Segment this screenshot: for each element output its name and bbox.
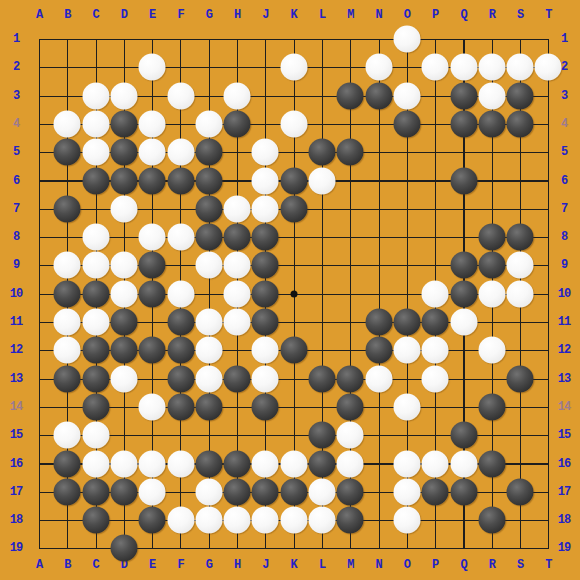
- stone-white-Q2: [450, 54, 477, 81]
- stone-white-D9: [110, 252, 137, 279]
- col-label-bottom-H: H: [234, 558, 240, 572]
- stone-black-N12: [365, 337, 392, 364]
- stone-black-Q4: [450, 110, 477, 137]
- stone-black-Q3: [450, 82, 477, 109]
- stone-white-F8: [167, 224, 194, 251]
- stone-white-D10: [110, 280, 137, 307]
- row-label-right-16: 16: [558, 457, 570, 471]
- stone-black-Q17: [450, 478, 477, 505]
- stone-black-F13: [167, 365, 194, 392]
- stone-black-F12: [167, 337, 194, 364]
- stone-black-H17: [224, 478, 251, 505]
- col-label-top-B: B: [64, 8, 70, 22]
- col-label-top-O: O: [404, 8, 410, 22]
- stone-black-R9: [478, 252, 505, 279]
- stone-black-F6: [167, 167, 194, 194]
- row-label-right-6: 6: [561, 174, 567, 188]
- stone-white-P13: [422, 365, 449, 392]
- stone-black-D6: [110, 167, 137, 194]
- row-label-left-3: 3: [13, 89, 19, 103]
- stone-black-B17: [54, 478, 81, 505]
- row-label-right-19: 19: [558, 541, 570, 555]
- stone-black-C13: [82, 365, 109, 392]
- col-label-bottom-B: B: [64, 558, 70, 572]
- row-label-right-4: 4: [561, 117, 567, 131]
- stone-white-G12: [195, 337, 222, 364]
- stone-black-J11: [252, 309, 279, 336]
- stone-white-F18: [167, 507, 194, 534]
- stone-black-B13: [54, 365, 81, 392]
- stone-white-J7: [252, 195, 279, 222]
- col-label-top-Q: Q: [460, 8, 466, 22]
- stone-black-G7: [195, 195, 222, 222]
- row-label-left-12: 12: [10, 343, 22, 357]
- row-label-left-8: 8: [13, 230, 19, 244]
- stone-black-G5: [195, 139, 222, 166]
- row-label-right-8: 8: [561, 230, 567, 244]
- col-label-bottom-J: J: [262, 558, 268, 572]
- row-label-left-6: 6: [13, 174, 19, 188]
- stone-black-J9: [252, 252, 279, 279]
- stone-black-Q15: [450, 422, 477, 449]
- col-label-top-H: H: [234, 8, 240, 22]
- stone-black-E12: [139, 337, 166, 364]
- stone-white-J16: [252, 450, 279, 477]
- stone-white-C15: [82, 422, 109, 449]
- stone-white-F3: [167, 82, 194, 109]
- stone-black-M18: [337, 507, 364, 534]
- col-label-bottom-F: F: [177, 558, 183, 572]
- stone-black-C12: [82, 337, 109, 364]
- stone-white-F5: [167, 139, 194, 166]
- stone-white-L6: [309, 167, 336, 194]
- col-label-bottom-T: T: [545, 558, 551, 572]
- stone-white-E16: [139, 450, 166, 477]
- row-label-right-11: 11: [558, 315, 570, 329]
- stone-black-L5: [309, 139, 336, 166]
- stone-white-Q16: [450, 450, 477, 477]
- star-point-K10: [290, 290, 297, 297]
- stone-black-M14: [337, 393, 364, 420]
- stone-white-E4: [139, 110, 166, 137]
- stone-white-L18: [309, 507, 336, 534]
- stone-black-D12: [110, 337, 137, 364]
- stone-white-N13: [365, 365, 392, 392]
- stone-white-F16: [167, 450, 194, 477]
- row-label-left-1: 1: [13, 32, 19, 46]
- stone-black-S13: [507, 365, 534, 392]
- row-label-left-5: 5: [13, 145, 19, 159]
- stone-white-K16: [280, 450, 307, 477]
- stone-white-G13: [195, 365, 222, 392]
- stone-white-B12: [54, 337, 81, 364]
- stone-white-J18: [252, 507, 279, 534]
- row-label-left-14: 14: [10, 400, 22, 414]
- col-label-top-T: T: [545, 8, 551, 22]
- stone-white-J6: [252, 167, 279, 194]
- stone-black-C14: [82, 393, 109, 420]
- stone-black-M5: [337, 139, 364, 166]
- stone-white-F10: [167, 280, 194, 307]
- stone-white-H9: [224, 252, 251, 279]
- stone-white-E17: [139, 478, 166, 505]
- row-label-left-7: 7: [13, 202, 19, 216]
- stone-black-Q10: [450, 280, 477, 307]
- stone-black-C17: [82, 478, 109, 505]
- stone-black-C6: [82, 167, 109, 194]
- row-label-left-19: 19: [10, 541, 22, 555]
- stone-white-K2: [280, 54, 307, 81]
- col-label-bottom-K: K: [291, 558, 297, 572]
- col-label-bottom-M: M: [347, 558, 353, 572]
- stone-white-O3: [393, 82, 420, 109]
- stone-white-E14: [139, 393, 166, 420]
- stone-white-G11: [195, 309, 222, 336]
- row-label-right-17: 17: [558, 485, 570, 499]
- stone-white-J5: [252, 139, 279, 166]
- stone-black-D17: [110, 478, 137, 505]
- row-label-right-7: 7: [561, 202, 567, 216]
- stone-black-G6: [195, 167, 222, 194]
- stone-black-S8: [507, 224, 534, 251]
- col-label-top-G: G: [206, 8, 212, 22]
- col-label-top-J: J: [262, 8, 268, 22]
- stone-black-O4: [393, 110, 420, 137]
- stone-black-R16: [478, 450, 505, 477]
- stone-white-J12: [252, 337, 279, 364]
- stone-white-S10: [507, 280, 534, 307]
- stone-black-H8: [224, 224, 251, 251]
- stone-black-M13: [337, 365, 364, 392]
- stone-white-S2: [507, 54, 534, 81]
- stone-black-Q9: [450, 252, 477, 279]
- stone-black-C18: [82, 507, 109, 534]
- row-label-right-10: 10: [558, 287, 570, 301]
- stone-black-L15: [309, 422, 336, 449]
- col-label-top-F: F: [177, 8, 183, 22]
- stone-white-E5: [139, 139, 166, 166]
- stone-white-K4: [280, 110, 307, 137]
- stone-white-T2: [535, 54, 562, 81]
- stone-white-H18: [224, 507, 251, 534]
- row-label-right-13: 13: [558, 372, 570, 386]
- col-label-bottom-O: O: [404, 558, 410, 572]
- stone-black-F14: [167, 393, 194, 420]
- stone-black-J10: [252, 280, 279, 307]
- stone-black-L16: [309, 450, 336, 477]
- col-label-top-M: M: [347, 8, 353, 22]
- stone-black-C10: [82, 280, 109, 307]
- stone-white-D16: [110, 450, 137, 477]
- stone-white-C4: [82, 110, 109, 137]
- stone-black-O11: [393, 309, 420, 336]
- row-label-left-13: 13: [10, 372, 22, 386]
- stone-black-B16: [54, 450, 81, 477]
- stone-white-D13: [110, 365, 137, 392]
- stone-white-Q11: [450, 309, 477, 336]
- stone-black-J14: [252, 393, 279, 420]
- stone-white-C9: [82, 252, 109, 279]
- col-label-top-N: N: [375, 8, 381, 22]
- row-label-left-4: 4: [13, 117, 19, 131]
- stone-black-S3: [507, 82, 534, 109]
- row-label-left-16: 16: [10, 457, 22, 471]
- col-label-top-R: R: [489, 8, 495, 22]
- col-label-bottom-Q: Q: [460, 558, 466, 572]
- stone-black-D19: [110, 535, 137, 562]
- stone-black-E10: [139, 280, 166, 307]
- stone-white-P2: [422, 54, 449, 81]
- stone-white-R10: [478, 280, 505, 307]
- stone-black-K17: [280, 478, 307, 505]
- stone-white-B11: [54, 309, 81, 336]
- stone-white-C8: [82, 224, 109, 251]
- col-label-top-S: S: [517, 8, 523, 22]
- stone-black-H16: [224, 450, 251, 477]
- row-label-left-2: 2: [13, 60, 19, 74]
- row-label-left-11: 11: [10, 315, 22, 329]
- stone-white-H3: [224, 82, 251, 109]
- row-label-left-9: 9: [13, 258, 19, 272]
- stone-white-O1: [393, 26, 420, 53]
- stone-white-P16: [422, 450, 449, 477]
- row-label-right-3: 3: [561, 89, 567, 103]
- stone-black-M17: [337, 478, 364, 505]
- col-label-bottom-L: L: [319, 558, 325, 572]
- col-label-top-A: A: [36, 8, 42, 22]
- stone-white-P10: [422, 280, 449, 307]
- stone-white-E2: [139, 54, 166, 81]
- stone-black-R4: [478, 110, 505, 137]
- stone-white-H7: [224, 195, 251, 222]
- stone-white-B15: [54, 422, 81, 449]
- stone-black-B10: [54, 280, 81, 307]
- stone-white-G18: [195, 507, 222, 534]
- row-label-left-10: 10: [10, 287, 22, 301]
- stone-black-P17: [422, 478, 449, 505]
- col-label-top-D: D: [121, 8, 127, 22]
- col-label-bottom-P: P: [432, 558, 438, 572]
- row-label-right-9: 9: [561, 258, 567, 272]
- stone-white-B9: [54, 252, 81, 279]
- stone-black-D5: [110, 139, 137, 166]
- col-label-bottom-R: R: [489, 558, 495, 572]
- stone-black-N3: [365, 82, 392, 109]
- stone-white-R12: [478, 337, 505, 364]
- stone-black-H13: [224, 365, 251, 392]
- stone-black-K12: [280, 337, 307, 364]
- col-label-top-C: C: [92, 8, 98, 22]
- stone-white-C16: [82, 450, 109, 477]
- stone-black-J8: [252, 224, 279, 251]
- col-label-top-L: L: [319, 8, 325, 22]
- stone-black-E18: [139, 507, 166, 534]
- stone-white-S9: [507, 252, 534, 279]
- stone-white-N2: [365, 54, 392, 81]
- stone-white-H11: [224, 309, 251, 336]
- row-label-right-14: 14: [558, 400, 570, 414]
- stone-black-P11: [422, 309, 449, 336]
- stone-white-H10: [224, 280, 251, 307]
- stone-black-F11: [167, 309, 194, 336]
- stone-white-R3: [478, 82, 505, 109]
- row-label-right-18: 18: [558, 513, 570, 527]
- stone-white-C5: [82, 139, 109, 166]
- stone-black-R8: [478, 224, 505, 251]
- stone-white-O17: [393, 478, 420, 505]
- row-label-right-1: 1: [561, 32, 567, 46]
- stone-white-J13: [252, 365, 279, 392]
- go-board: ABCDEFGHJKLMNOPQRST ABCDEFGHJKLMNOPQRST …: [0, 0, 580, 580]
- col-label-bottom-N: N: [375, 558, 381, 572]
- stone-black-L13: [309, 365, 336, 392]
- row-label-right-12: 12: [558, 343, 570, 357]
- stone-black-R14: [478, 393, 505, 420]
- stone-white-D7: [110, 195, 137, 222]
- stone-black-K7: [280, 195, 307, 222]
- stone-white-E8: [139, 224, 166, 251]
- stone-white-O14: [393, 393, 420, 420]
- row-label-right-15: 15: [558, 428, 570, 442]
- col-label-bottom-S: S: [517, 558, 523, 572]
- stone-black-S17: [507, 478, 534, 505]
- stone-white-B4: [54, 110, 81, 137]
- stone-black-Q6: [450, 167, 477, 194]
- stone-black-B5: [54, 139, 81, 166]
- stone-white-G17: [195, 478, 222, 505]
- stone-white-M16: [337, 450, 364, 477]
- stone-white-O12: [393, 337, 420, 364]
- row-label-left-17: 17: [10, 485, 22, 499]
- col-label-top-E: E: [149, 8, 155, 22]
- stone-white-P12: [422, 337, 449, 364]
- row-label-left-15: 15: [10, 428, 22, 442]
- stone-white-G9: [195, 252, 222, 279]
- stone-black-B7: [54, 195, 81, 222]
- stone-black-G16: [195, 450, 222, 477]
- stone-white-G4: [195, 110, 222, 137]
- col-label-bottom-G: G: [206, 558, 212, 572]
- col-label-bottom-A: A: [36, 558, 42, 572]
- stone-black-D11: [110, 309, 137, 336]
- stone-black-R18: [478, 507, 505, 534]
- stone-black-K6: [280, 167, 307, 194]
- stone-black-E6: [139, 167, 166, 194]
- stone-white-O16: [393, 450, 420, 477]
- stone-black-S4: [507, 110, 534, 137]
- col-label-top-P: P: [432, 8, 438, 22]
- col-label-bottom-C: C: [92, 558, 98, 572]
- stone-white-M15: [337, 422, 364, 449]
- stone-white-D3: [110, 82, 137, 109]
- stone-black-G8: [195, 224, 222, 251]
- col-label-bottom-E: E: [149, 558, 155, 572]
- stone-black-D4: [110, 110, 137, 137]
- stone-white-C11: [82, 309, 109, 336]
- stone-black-M3: [337, 82, 364, 109]
- col-label-top-K: K: [291, 8, 297, 22]
- stone-white-L17: [309, 478, 336, 505]
- stone-white-K18: [280, 507, 307, 534]
- stone-black-N11: [365, 309, 392, 336]
- stone-white-R2: [478, 54, 505, 81]
- stone-black-G14: [195, 393, 222, 420]
- stone-white-O18: [393, 507, 420, 534]
- stone-black-E9: [139, 252, 166, 279]
- stone-black-H4: [224, 110, 251, 137]
- stone-black-J17: [252, 478, 279, 505]
- stone-white-C3: [82, 82, 109, 109]
- row-label-left-18: 18: [10, 513, 22, 527]
- row-label-right-5: 5: [561, 145, 567, 159]
